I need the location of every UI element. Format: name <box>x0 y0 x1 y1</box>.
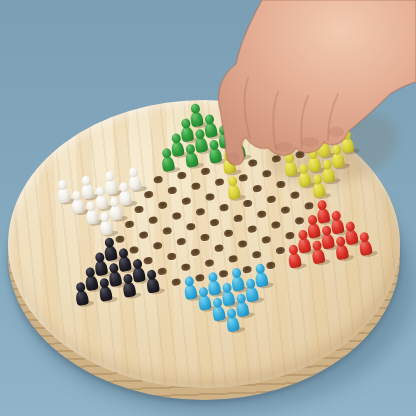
board-hole <box>233 214 243 222</box>
board-hole <box>290 191 300 199</box>
board-hole <box>177 171 187 179</box>
peg-yellow[interactable] <box>307 156 321 173</box>
hole-r13-c17[interactable] <box>264 258 278 273</box>
hole-r5-c11[interactable] <box>175 168 189 183</box>
board-hole <box>115 235 125 243</box>
hole-r8-c10[interactable] <box>170 209 184 224</box>
board-hole <box>139 231 149 239</box>
hole-r13-c15[interactable] <box>241 262 255 277</box>
hole-r7-c11[interactable] <box>180 194 194 209</box>
hole-r5-c9[interactable] <box>152 172 166 187</box>
board-hole <box>167 252 177 260</box>
hole-r9-c21[interactable] <box>303 198 317 213</box>
hole-r13-c3[interactable] <box>99 287 113 302</box>
hole-r12-c16[interactable] <box>250 247 264 262</box>
hole-r5-c23[interactable] <box>317 143 331 158</box>
hole-r12-c20[interactable] <box>297 239 311 254</box>
peg-yellow[interactable] <box>321 167 335 184</box>
hole-r14-c16[interactable] <box>255 273 269 288</box>
board-hole <box>186 223 196 231</box>
hole-r6-c24[interactable] <box>331 154 345 169</box>
peg-black[interactable] <box>84 274 98 291</box>
board-hole <box>295 150 305 158</box>
hole-r12-c6[interactable] <box>132 268 146 283</box>
peg-yellow[interactable] <box>222 158 236 175</box>
peg-white[interactable] <box>94 193 108 210</box>
peg-yellow[interactable] <box>317 141 331 158</box>
hole-r10-c18[interactable] <box>269 217 283 232</box>
hole-r5-c3[interactable] <box>81 185 95 200</box>
peg-blue[interactable] <box>231 275 245 292</box>
board-hole <box>167 186 177 194</box>
hole-r9-c5[interactable] <box>113 232 127 247</box>
hole-r10-c4[interactable] <box>104 247 118 262</box>
board-hole <box>275 246 285 254</box>
peg-blue[interactable] <box>254 271 268 288</box>
hole-r7-c17[interactable] <box>251 181 265 196</box>
board-hole <box>195 274 205 282</box>
board-hole <box>261 236 271 244</box>
board-hole <box>124 220 134 228</box>
peg-blue[interactable] <box>183 283 197 300</box>
hole-r11-c7[interactable] <box>142 253 156 268</box>
board-hole <box>252 251 262 259</box>
hole-r7-c3[interactable] <box>85 210 99 225</box>
hole-r11-c5[interactable] <box>118 257 132 272</box>
hole-r16-c12[interactable] <box>212 307 226 322</box>
hole-r3-c15[interactable] <box>218 134 232 149</box>
hole-r11-c21[interactable] <box>307 224 321 239</box>
peg-red[interactable] <box>297 237 311 254</box>
board-hole <box>215 178 225 186</box>
board-hole <box>276 180 286 188</box>
hole-r11-c9[interactable] <box>165 249 179 264</box>
board-hole <box>214 244 224 252</box>
peg-red[interactable] <box>335 243 349 260</box>
board-hole <box>224 229 234 237</box>
board-hole <box>257 210 267 218</box>
peg-white[interactable] <box>128 174 142 191</box>
hole-r5-c13[interactable] <box>199 164 213 179</box>
hole-r5-c1[interactable] <box>57 189 71 204</box>
peg-black[interactable] <box>75 289 89 306</box>
hole-r7-c7[interactable] <box>133 202 147 217</box>
hole-r11-c19[interactable] <box>283 228 297 243</box>
board-hole <box>143 256 153 264</box>
board-hole <box>172 212 182 220</box>
board-hole <box>285 231 295 239</box>
hole-r9-c7[interactable] <box>137 228 151 243</box>
peg-yellow[interactable] <box>340 137 354 154</box>
hole-r15-c15[interactable] <box>245 288 259 303</box>
board-hole <box>181 197 191 205</box>
hole-r13-c5[interactable] <box>122 283 136 298</box>
board-hole <box>262 170 272 178</box>
hole-r6-c8[interactable] <box>142 187 156 202</box>
board-hole <box>134 205 144 213</box>
hole-r12-c12[interactable] <box>203 256 217 271</box>
hole-r12-c14[interactable] <box>227 251 241 266</box>
hole-r9-c17[interactable] <box>255 207 269 222</box>
hole-r5-c5[interactable] <box>104 181 118 196</box>
peg-green[interactable] <box>232 143 246 160</box>
hole-r13-c1[interactable] <box>75 291 89 306</box>
hole-r5-c21[interactable] <box>293 147 307 162</box>
peg-black[interactable] <box>122 281 136 298</box>
hole-r8-c18[interactable] <box>265 192 279 207</box>
hole-r6-c18[interactable] <box>260 166 274 181</box>
peg-blue[interactable] <box>207 279 221 296</box>
peg-green[interactable] <box>180 126 194 143</box>
hole-r6-c12[interactable] <box>189 179 203 194</box>
board-hole <box>218 270 228 278</box>
hole-r1-c13[interactable] <box>190 113 204 128</box>
hole-r9-c9[interactable] <box>161 223 175 238</box>
board-hole <box>200 167 210 175</box>
hole-r8-c6[interactable] <box>123 217 137 232</box>
hole-r4-c12[interactable] <box>185 153 199 168</box>
hole-r8-c14[interactable] <box>218 200 232 215</box>
board-hole <box>158 201 168 209</box>
hole-r13-c13[interactable] <box>217 266 231 281</box>
peg-black[interactable] <box>132 266 146 283</box>
hole-r3-c13[interactable] <box>194 138 208 153</box>
board-hole <box>153 242 163 250</box>
hole-r10-c16[interactable] <box>246 222 260 237</box>
hole-r6-c10[interactable] <box>166 183 180 198</box>
peg-black[interactable] <box>104 245 118 262</box>
hole-r5-c19[interactable] <box>270 151 284 166</box>
board-hole <box>157 267 167 275</box>
peg-white[interactable] <box>109 204 123 221</box>
board-hole <box>200 233 210 241</box>
hole-r10-c10[interactable] <box>175 234 189 249</box>
peg-blue[interactable] <box>221 290 235 307</box>
hole-r8-c16[interactable] <box>241 196 255 211</box>
peg-yellow[interactable] <box>227 183 241 200</box>
peg-green[interactable] <box>218 132 232 149</box>
peg-blue[interactable] <box>245 286 259 303</box>
hole-r9-c13[interactable] <box>208 215 222 230</box>
peg-green[interactable] <box>208 147 222 164</box>
hole-r8-c20[interactable] <box>288 188 302 203</box>
peg-black[interactable] <box>146 277 160 294</box>
peg-black[interactable] <box>98 285 112 302</box>
board-hole <box>247 225 257 233</box>
hole-r13-c23[interactable] <box>335 245 349 260</box>
peg-white[interactable] <box>80 183 94 200</box>
peg-black[interactable] <box>108 270 122 287</box>
hole-r13-c19[interactable] <box>288 254 302 269</box>
board-hole <box>204 259 214 267</box>
board-hole <box>238 174 248 182</box>
scene <box>0 0 416 416</box>
board-hole <box>191 182 201 190</box>
peg-blue[interactable] <box>198 294 212 311</box>
peg-red[interactable] <box>344 229 358 246</box>
hole-r5-c25[interactable] <box>341 139 355 154</box>
hole-r2-c12[interactable] <box>180 128 194 143</box>
board-hole <box>195 208 205 216</box>
board-hole <box>190 248 200 256</box>
hole-r7-c9[interactable] <box>156 198 170 213</box>
peg-green[interactable] <box>170 140 184 157</box>
hole-r2-c14[interactable] <box>204 123 218 138</box>
board-hole <box>228 255 238 263</box>
board-hole <box>252 184 262 192</box>
board-hole <box>243 199 253 207</box>
peg-white[interactable] <box>85 208 99 225</box>
hole-r10-c12[interactable] <box>198 230 212 245</box>
peg-green[interactable] <box>204 121 218 138</box>
hole-r4-c16[interactable] <box>232 145 246 160</box>
peg-white[interactable] <box>118 189 132 206</box>
board-hole <box>162 227 172 235</box>
hole-r11-c23[interactable] <box>331 220 345 235</box>
peg-green[interactable] <box>194 136 208 153</box>
peg-white[interactable] <box>104 179 118 196</box>
hole-r9-c15[interactable] <box>232 211 246 226</box>
peg-black[interactable] <box>94 260 108 277</box>
board-hole <box>271 155 281 163</box>
hole-r6-c22[interactable] <box>308 158 322 173</box>
hole-r6-c2[interactable] <box>71 200 85 215</box>
board-hole <box>153 175 163 183</box>
hole-r3-c11[interactable] <box>171 142 185 157</box>
hole-r14-c10[interactable] <box>184 285 198 300</box>
hole-r7-c13[interactable] <box>203 189 217 204</box>
board-hole <box>238 240 248 248</box>
hole-r14-c12[interactable] <box>207 281 221 296</box>
hole-r5-c7[interactable] <box>128 176 142 191</box>
hole-r13-c7[interactable] <box>146 279 160 294</box>
board-hole <box>294 217 304 225</box>
hole-r8-c4[interactable] <box>99 221 113 236</box>
hole-r12-c4[interactable] <box>108 272 122 287</box>
hole-r12-c18[interactable] <box>274 243 288 258</box>
hole-r11-c15[interactable] <box>236 236 250 251</box>
hole-r6-c6[interactable] <box>118 191 132 206</box>
hole-r14-c14[interactable] <box>231 277 245 292</box>
hole-r15-c13[interactable] <box>222 292 236 307</box>
hole-r6-c16[interactable] <box>237 170 251 185</box>
board-hole <box>171 278 181 286</box>
peg-red[interactable] <box>358 239 372 256</box>
peg-blue[interactable] <box>212 305 226 322</box>
hole-r12-c22[interactable] <box>321 235 335 250</box>
hole-r13-c21[interactable] <box>312 250 326 265</box>
board-hole <box>280 206 290 214</box>
hole-r12-c10[interactable] <box>179 260 193 275</box>
peg-green[interactable] <box>190 111 204 128</box>
board-hole <box>181 263 191 271</box>
hole-r7-c23[interactable] <box>322 169 336 184</box>
hole-r8-c22[interactable] <box>312 184 326 199</box>
hole-r10-c20[interactable] <box>293 213 307 228</box>
hole-r5-c15[interactable] <box>223 160 237 175</box>
hole-r7-c19[interactable] <box>274 177 288 192</box>
hole-r6-c14[interactable] <box>213 175 227 190</box>
board-hole <box>304 202 314 210</box>
board-hole <box>248 159 258 167</box>
peg-blue[interactable] <box>235 301 249 318</box>
peg-yellow[interactable] <box>331 152 345 169</box>
hole-r12-c2[interactable] <box>85 276 99 291</box>
hole-r12-c8[interactable] <box>156 264 170 279</box>
hole-r13-c25[interactable] <box>359 241 373 256</box>
hole-r11-c3[interactable] <box>94 261 108 276</box>
peg-blue[interactable] <box>226 316 240 333</box>
hole-r5-c17[interactable] <box>246 156 260 171</box>
board-hole <box>219 203 229 211</box>
board-hole <box>148 216 158 224</box>
hole-r13-c9[interactable] <box>170 275 184 290</box>
board-hole <box>205 193 215 201</box>
peg-green[interactable] <box>185 151 199 168</box>
peg-red[interactable] <box>311 248 325 265</box>
peg-red[interactable] <box>288 252 302 269</box>
peg-white[interactable] <box>71 198 85 215</box>
peg-white[interactable] <box>99 219 113 236</box>
board-hole <box>271 221 281 229</box>
hole-r6-c4[interactable] <box>95 195 109 210</box>
hole-r10-c22[interactable] <box>317 209 331 224</box>
hole-r6-c20[interactable] <box>284 162 298 177</box>
peg-yellow[interactable] <box>298 171 312 188</box>
hole-r9-c11[interactable] <box>184 219 198 234</box>
hole-r8-c12[interactable] <box>194 204 208 219</box>
hole-r4-c10[interactable] <box>161 157 175 172</box>
hole-r15-c11[interactable] <box>198 296 212 311</box>
hole-r7-c15[interactable] <box>227 185 241 200</box>
peg-red[interactable] <box>321 233 335 250</box>
board-hole <box>209 218 219 226</box>
hole-r8-c8[interactable] <box>147 213 161 228</box>
hole-r11-c13[interactable] <box>212 241 226 256</box>
hole-r10-c6[interactable] <box>127 242 141 257</box>
hole-r13-c11[interactable] <box>193 270 207 285</box>
board-hole <box>176 237 186 245</box>
hole-r16-c14[interactable] <box>236 303 250 318</box>
hole-r11-c17[interactable] <box>260 232 274 247</box>
board-hole <box>266 261 276 269</box>
peg-red[interactable] <box>307 222 321 239</box>
board-hole <box>144 190 154 198</box>
peg-black[interactable] <box>118 255 132 272</box>
hole-r7-c5[interactable] <box>109 206 123 221</box>
peg-green[interactable] <box>161 155 175 172</box>
hole-r9-c19[interactable] <box>279 203 293 218</box>
hole-r12-c24[interactable] <box>345 231 359 246</box>
hole-r4-c14[interactable] <box>208 149 222 164</box>
peg-red[interactable] <box>316 207 330 224</box>
board-hole <box>129 246 139 254</box>
hole-r17-c13[interactable] <box>226 317 240 332</box>
board-hole <box>266 195 276 203</box>
hole-r10-c14[interactable] <box>222 226 236 241</box>
hole-r11-c11[interactable] <box>189 245 203 260</box>
hole-r7-c21[interactable] <box>298 173 312 188</box>
board-hole <box>242 265 252 273</box>
peg-white[interactable] <box>57 187 71 204</box>
peg-yellow[interactable] <box>284 160 298 177</box>
peg-red[interactable] <box>330 218 344 235</box>
hole-r10-c8[interactable] <box>151 238 165 253</box>
peg-yellow[interactable] <box>312 182 326 199</box>
